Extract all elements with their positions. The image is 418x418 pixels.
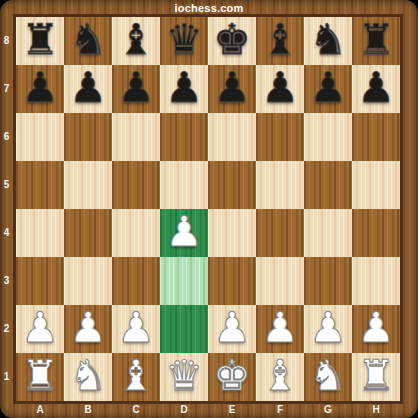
rank-label-3: 3 — [0, 257, 13, 305]
square-b3[interactable] — [64, 257, 112, 305]
white-pawn-a2[interactable]: ♟ — [21, 305, 59, 352]
file-label-d: D — [160, 403, 208, 417]
black-pawn-c7[interactable]: ♟ — [117, 65, 155, 112]
board-inner-border: ♜♞♝♛♚♝♞♜♟♟♟♟♟♟♟♟♟♟♟♟♟♟♟♟♜♞♝♛♚♝♞♜ — [13, 14, 403, 404]
square-d2[interactable] — [160, 305, 208, 353]
white-king-e1[interactable]: ♚ — [213, 353, 251, 400]
square-e5[interactable] — [208, 161, 256, 209]
square-c4[interactable] — [112, 209, 160, 257]
black-pawn-a7[interactable]: ♟ — [21, 65, 59, 112]
square-h6[interactable] — [352, 113, 400, 161]
white-pawn-c2[interactable]: ♟ — [117, 305, 155, 352]
square-e4[interactable] — [208, 209, 256, 257]
rank-label-5: 5 — [0, 161, 13, 209]
square-g5[interactable] — [304, 161, 352, 209]
file-label-a: A — [16, 403, 64, 417]
square-g4[interactable] — [304, 209, 352, 257]
rank-label-2: 2 — [0, 305, 13, 353]
square-b7[interactable]: ♟ — [64, 65, 112, 113]
white-knight-b1[interactable]: ♞ — [69, 353, 107, 400]
rank-labels: 87654321 — [0, 17, 13, 401]
square-b8[interactable]: ♞ — [64, 17, 112, 65]
square-f5[interactable] — [256, 161, 304, 209]
square-d4[interactable]: ♟ — [160, 209, 208, 257]
square-c5[interactable] — [112, 161, 160, 209]
black-pawn-d7[interactable]: ♟ — [165, 65, 203, 112]
rank-label-7: 7 — [0, 65, 13, 113]
square-e7[interactable]: ♟ — [208, 65, 256, 113]
rank-label-4: 4 — [0, 209, 13, 257]
white-queen-d1[interactable]: ♛ — [165, 353, 203, 400]
square-a7[interactable]: ♟ — [16, 65, 64, 113]
black-bishop-c8[interactable]: ♝ — [117, 17, 155, 64]
file-label-c: C — [112, 403, 160, 417]
file-label-g: G — [304, 403, 352, 417]
file-labels: ABCDEFGH — [16, 403, 400, 417]
black-bishop-f8[interactable]: ♝ — [261, 17, 299, 64]
square-b6[interactable] — [64, 113, 112, 161]
black-rook-a8[interactable]: ♜ — [21, 17, 59, 64]
square-h1[interactable]: ♜ — [352, 353, 400, 401]
square-h4[interactable] — [352, 209, 400, 257]
black-pawn-b7[interactable]: ♟ — [69, 65, 107, 112]
square-e6[interactable] — [208, 113, 256, 161]
rank-label-1: 1 — [0, 353, 13, 401]
square-h2[interactable]: ♟ — [352, 305, 400, 353]
square-f4[interactable] — [256, 209, 304, 257]
square-g1[interactable]: ♞ — [304, 353, 352, 401]
square-d3[interactable] — [160, 257, 208, 305]
square-e2[interactable]: ♟ — [208, 305, 256, 353]
file-label-h: H — [352, 403, 400, 417]
white-knight-g1[interactable]: ♞ — [309, 353, 347, 400]
black-pawn-g7[interactable]: ♟ — [309, 65, 347, 112]
white-pawn-d4[interactable]: ♟ — [165, 209, 203, 256]
square-c7[interactable]: ♟ — [112, 65, 160, 113]
black-knight-g8[interactable]: ♞ — [309, 17, 347, 64]
square-e1[interactable]: ♚ — [208, 353, 256, 401]
square-h3[interactable] — [352, 257, 400, 305]
square-d8[interactable]: ♛ — [160, 17, 208, 65]
white-rook-a1[interactable]: ♜ — [21, 353, 59, 400]
black-king-e8[interactable]: ♚ — [213, 17, 251, 64]
square-g2[interactable]: ♟ — [304, 305, 352, 353]
white-pawn-h2[interactable]: ♟ — [357, 305, 395, 352]
square-d1[interactable]: ♛ — [160, 353, 208, 401]
rank-label-8: 8 — [0, 17, 13, 65]
square-g6[interactable] — [304, 113, 352, 161]
white-bishop-c1[interactable]: ♝ — [117, 353, 155, 400]
square-a3[interactable] — [16, 257, 64, 305]
black-pawn-f7[interactable]: ♟ — [261, 65, 299, 112]
square-d7[interactable]: ♟ — [160, 65, 208, 113]
square-b1[interactable]: ♞ — [64, 353, 112, 401]
square-g3[interactable] — [304, 257, 352, 305]
square-c2[interactable]: ♟ — [112, 305, 160, 353]
square-h8[interactable]: ♜ — [352, 17, 400, 65]
square-f1[interactable]: ♝ — [256, 353, 304, 401]
white-pawn-b2[interactable]: ♟ — [69, 305, 107, 352]
square-d5[interactable] — [160, 161, 208, 209]
square-a6[interactable] — [16, 113, 64, 161]
square-a4[interactable] — [16, 209, 64, 257]
file-label-b: B — [64, 403, 112, 417]
square-e8[interactable]: ♚ — [208, 17, 256, 65]
file-label-e: E — [208, 403, 256, 417]
chess-app: iochess.com 87654321 ABCDEFGH ♜♞♝♛♚♝♞♜♟♟… — [0, 0, 418, 418]
black-knight-b8[interactable]: ♞ — [69, 17, 107, 64]
square-a5[interactable] — [16, 161, 64, 209]
white-bishop-f1[interactable]: ♝ — [261, 353, 299, 400]
square-f2[interactable]: ♟ — [256, 305, 304, 353]
square-d6[interactable] — [160, 113, 208, 161]
square-a1[interactable]: ♜ — [16, 353, 64, 401]
square-g8[interactable]: ♞ — [304, 17, 352, 65]
rank-label-6: 6 — [0, 113, 13, 161]
square-a2[interactable]: ♟ — [16, 305, 64, 353]
square-a8[interactable]: ♜ — [16, 17, 64, 65]
square-c8[interactable]: ♝ — [112, 17, 160, 65]
file-label-f: F — [256, 403, 304, 417]
white-pawn-f2[interactable]: ♟ — [261, 305, 299, 352]
square-b4[interactable] — [64, 209, 112, 257]
square-f6[interactable] — [256, 113, 304, 161]
square-b5[interactable] — [64, 161, 112, 209]
square-e3[interactable] — [208, 257, 256, 305]
white-rook-h1[interactable]: ♜ — [357, 353, 395, 400]
square-g7[interactable]: ♟ — [304, 65, 352, 113]
square-f8[interactable]: ♝ — [256, 17, 304, 65]
white-pawn-g2[interactable]: ♟ — [309, 305, 347, 352]
black-queen-d8[interactable]: ♛ — [165, 17, 203, 64]
black-pawn-h7[interactable]: ♟ — [357, 65, 395, 112]
square-c6[interactable] — [112, 113, 160, 161]
chess-board: ♜♞♝♛♚♝♞♜♟♟♟♟♟♟♟♟♟♟♟♟♟♟♟♟♜♞♝♛♚♝♞♜ — [16, 17, 400, 401]
black-pawn-e7[interactable]: ♟ — [213, 65, 251, 112]
square-b2[interactable]: ♟ — [64, 305, 112, 353]
square-h5[interactable] — [352, 161, 400, 209]
square-f3[interactable] — [256, 257, 304, 305]
square-c1[interactable]: ♝ — [112, 353, 160, 401]
white-pawn-e2[interactable]: ♟ — [213, 305, 251, 352]
square-h7[interactable]: ♟ — [352, 65, 400, 113]
black-rook-h8[interactable]: ♜ — [357, 17, 395, 64]
square-c3[interactable] — [112, 257, 160, 305]
square-f7[interactable]: ♟ — [256, 65, 304, 113]
